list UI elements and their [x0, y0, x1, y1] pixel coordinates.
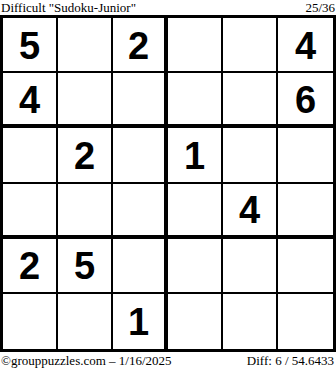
page: Difficult "Sudoku-Junior" 25/36 52446214… [0, 0, 336, 370]
cell-r4c4[interactable] [168, 184, 223, 239]
given-digit: 1 [128, 303, 149, 341]
given-digit: 2 [128, 27, 149, 65]
cell-r3c3[interactable] [113, 128, 168, 183]
cell-r4c5[interactable]: 4 [223, 184, 278, 239]
cell-r4c2[interactable] [58, 184, 113, 239]
cell-r6c2[interactable] [58, 294, 113, 349]
cell-r1c3[interactable]: 2 [113, 18, 168, 73]
cell-r3c2[interactable]: 2 [58, 128, 113, 183]
cell-r4c3[interactable] [113, 184, 168, 239]
cell-r4c6[interactable] [278, 184, 333, 239]
cell-r6c4[interactable] [168, 294, 223, 349]
cell-r3c5[interactable] [223, 128, 278, 183]
given-digit: 5 [19, 27, 40, 65]
header: Difficult "Sudoku-Junior" 25/36 [0, 0, 336, 15]
cell-r4c1[interactable] [3, 184, 58, 239]
cell-r3c4[interactable]: 1 [168, 128, 223, 183]
cell-r2c5[interactable] [223, 73, 278, 128]
cell-r1c2[interactable] [58, 18, 113, 73]
given-digit: 2 [74, 137, 95, 175]
cell-r5c3[interactable] [113, 239, 168, 294]
cell-r5c6[interactable] [278, 239, 333, 294]
puzzle-number: 25/36 [305, 1, 335, 15]
puzzle-title: Difficult "Sudoku-Junior" [1, 1, 136, 15]
cell-r6c5[interactable] [223, 294, 278, 349]
given-digit: 4 [19, 81, 40, 119]
given-digit: 4 [295, 27, 316, 65]
cell-r6c3[interactable]: 1 [113, 294, 168, 349]
cell-r1c4[interactable] [168, 18, 223, 73]
cell-r1c1[interactable]: 5 [3, 18, 58, 73]
cell-r3c1[interactable] [3, 128, 58, 183]
given-digit: 2 [19, 247, 40, 285]
cell-r5c2[interactable]: 5 [58, 239, 113, 294]
cell-r5c5[interactable] [223, 239, 278, 294]
cell-r1c5[interactable] [223, 18, 278, 73]
cell-r2c3[interactable] [113, 73, 168, 128]
given-digit: 5 [74, 247, 95, 285]
given-digit: 6 [295, 81, 316, 119]
cell-r6c1[interactable] [3, 294, 58, 349]
copyright-text: ©grouppuzzles.com – 1/16/2025 [1, 353, 172, 369]
cell-r2c1[interactable]: 4 [3, 73, 58, 128]
cell-r2c2[interactable] [58, 73, 113, 128]
given-digit: 4 [239, 191, 260, 229]
sudoku-grid: 52446214251 [0, 15, 336, 352]
cell-r5c4[interactable] [168, 239, 223, 294]
difficulty-text: Diff: 6 / 54.6433 [247, 353, 334, 369]
cell-r2c6[interactable]: 6 [278, 73, 333, 128]
given-digit: 1 [184, 137, 205, 175]
cell-r1c6[interactable]: 4 [278, 18, 333, 73]
cell-r6c6[interactable] [278, 294, 333, 349]
footer: ©grouppuzzles.com – 1/16/2025 Diff: 6 / … [0, 352, 336, 370]
cell-r2c4[interactable] [168, 73, 223, 128]
cell-r5c1[interactable]: 2 [3, 239, 58, 294]
cell-r3c6[interactable] [278, 128, 333, 183]
